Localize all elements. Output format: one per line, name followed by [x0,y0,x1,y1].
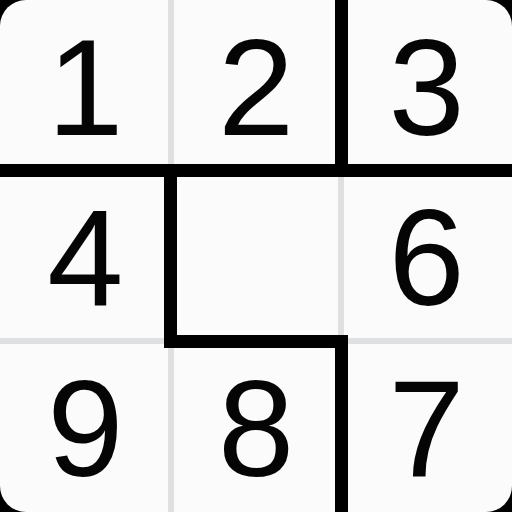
sudoku-board: 1 2 3 4 6 9 8 7 [0,0,512,512]
cell-r1c0[interactable]: 4 [0,171,171,342]
cell-grid: 1 2 3 4 6 9 8 7 [0,0,512,512]
app-icon: 1 2 3 4 6 9 8 7 [0,0,512,512]
cell-r0c2[interactable]: 3 [341,0,512,171]
cell-r0c0[interactable]: 1 [0,0,171,171]
cell-r1c2[interactable]: 6 [341,171,512,342]
cell-r1c1[interactable] [171,171,342,342]
cell-r2c0[interactable]: 9 [0,341,171,512]
cell-r0c1[interactable]: 2 [171,0,342,171]
cell-r2c1[interactable]: 8 [171,341,342,512]
cell-r2c2[interactable]: 7 [341,341,512,512]
